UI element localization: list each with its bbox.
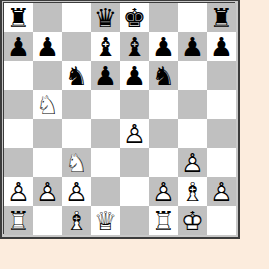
square-e5[interactable] [120,90,149,119]
square-g7[interactable]: ♟ [178,32,207,61]
black-knight-icon: ♞ [149,61,178,90]
square-f1[interactable]: ♜♖ [149,206,178,235]
square-b8[interactable] [33,3,62,32]
square-f2[interactable]: ♟♙ [149,177,178,206]
black-rook-icon: ♜ [207,3,236,32]
square-d8[interactable]: ♛ [91,3,120,32]
white-rook-icon: ♜♖ [4,206,33,235]
square-c6[interactable]: ♞ [62,61,91,90]
square-a4[interactable] [4,119,33,148]
white-pawn-icon: ♟♙ [207,177,236,206]
chess-board: ♜♛♚♜♟♟♝♝♟♟♟♞♟♟♞♞♘♟♙♞♘♟♙♟♙♟♙♟♙♟♙♝♗♟♙♜♖♝♗♛… [4,3,236,235]
square-b1[interactable] [33,206,62,235]
square-a3[interactable] [4,148,33,177]
white-knight-icon: ♞♘ [62,148,91,177]
square-g3[interactable]: ♟♙ [178,148,207,177]
square-c4[interactable] [62,119,91,148]
black-pawn-icon: ♟ [120,61,149,90]
square-c7[interactable] [62,32,91,61]
square-a5[interactable] [4,90,33,119]
square-c3[interactable]: ♞♘ [62,148,91,177]
square-e1[interactable] [120,206,149,235]
black-pawn-icon: ♟ [207,32,236,61]
black-pawn-icon: ♟ [33,32,62,61]
square-g1[interactable]: ♚♔ [178,206,207,235]
square-d3[interactable] [91,148,120,177]
square-c2[interactable]: ♟♙ [62,177,91,206]
black-rook-icon: ♜ [4,3,33,32]
square-h6[interactable] [207,61,236,90]
square-c5[interactable] [62,90,91,119]
square-h4[interactable] [207,119,236,148]
square-d1[interactable]: ♛♕ [91,206,120,235]
square-a2[interactable]: ♟♙ [4,177,33,206]
black-bishop-icon: ♝ [120,32,149,61]
square-f3[interactable] [149,148,178,177]
square-b5[interactable]: ♞♘ [33,90,62,119]
white-pawn-icon: ♟♙ [149,177,178,206]
square-e3[interactable] [120,148,149,177]
white-pawn-icon: ♟♙ [62,177,91,206]
square-h7[interactable]: ♟ [207,32,236,61]
square-d6[interactable]: ♟ [91,61,120,90]
black-pawn-icon: ♟ [178,32,207,61]
square-d4[interactable] [91,119,120,148]
white-pawn-icon: ♟♙ [33,177,62,206]
black-pawn-icon: ♟ [4,32,33,61]
square-e4[interactable]: ♟♙ [120,119,149,148]
square-e8[interactable]: ♚ [120,3,149,32]
white-rook-icon: ♜♖ [149,206,178,235]
square-g6[interactable] [178,61,207,90]
square-h5[interactable] [207,90,236,119]
square-d2[interactable] [91,177,120,206]
board-frame: ♜♛♚♜♟♟♝♝♟♟♟♞♟♟♞♞♘♟♙♞♘♟♙♟♙♟♙♟♙♟♙♝♗♟♙♜♖♝♗♛… [0,0,240,239]
square-e2[interactable] [120,177,149,206]
white-bishop-icon: ♝♗ [178,177,207,206]
square-b6[interactable] [33,61,62,90]
square-e7[interactable]: ♝ [120,32,149,61]
white-knight-icon: ♞♘ [33,90,62,119]
square-g2[interactable]: ♝♗ [178,177,207,206]
white-pawn-icon: ♟♙ [120,119,149,148]
square-c1[interactable]: ♝♗ [62,206,91,235]
square-h2[interactable]: ♟♙ [207,177,236,206]
square-a8[interactable]: ♜ [4,3,33,32]
black-queen-icon: ♛ [91,3,120,32]
square-f6[interactable]: ♞ [149,61,178,90]
black-bishop-icon: ♝ [91,32,120,61]
white-bishop-icon: ♝♗ [62,206,91,235]
square-g5[interactable] [178,90,207,119]
white-pawn-icon: ♟♙ [4,177,33,206]
square-c8[interactable] [62,3,91,32]
square-b2[interactable]: ♟♙ [33,177,62,206]
white-queen-icon: ♛♕ [91,206,120,235]
square-e6[interactable]: ♟ [120,61,149,90]
black-pawn-icon: ♟ [149,32,178,61]
square-d7[interactable]: ♝ [91,32,120,61]
square-a6[interactable] [4,61,33,90]
square-g8[interactable] [178,3,207,32]
square-f7[interactable]: ♟ [149,32,178,61]
white-king-icon: ♚♔ [178,206,207,235]
square-d5[interactable] [91,90,120,119]
square-f5[interactable] [149,90,178,119]
black-king-icon: ♚ [120,3,149,32]
square-f4[interactable] [149,119,178,148]
black-knight-icon: ♞ [62,61,91,90]
square-h3[interactable] [207,148,236,177]
white-pawn-icon: ♟♙ [178,148,207,177]
square-f8[interactable] [149,3,178,32]
square-a1[interactable]: ♜♖ [4,206,33,235]
square-h8[interactable]: ♜ [207,3,236,32]
square-b3[interactable] [33,148,62,177]
square-b7[interactable]: ♟ [33,32,62,61]
square-g4[interactable] [178,119,207,148]
square-a7[interactable]: ♟ [4,32,33,61]
square-b4[interactable] [33,119,62,148]
square-h1[interactable] [207,206,236,235]
black-pawn-icon: ♟ [91,61,120,90]
